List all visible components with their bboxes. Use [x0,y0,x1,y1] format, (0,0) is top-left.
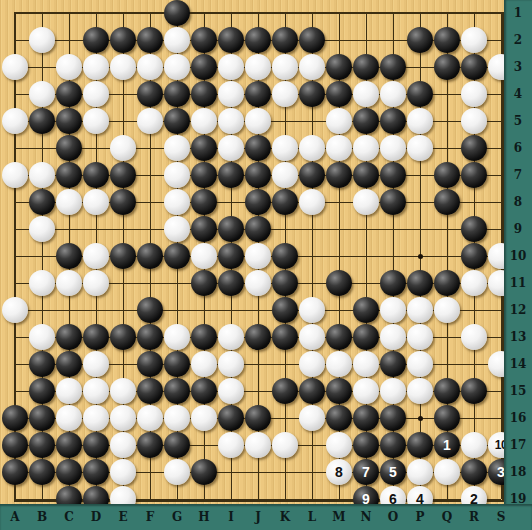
black-stone-K2 [272,27,298,53]
black-stone-G5 [164,108,190,134]
white-stone-D15 [83,378,109,404]
white-stone-A5 [2,108,28,134]
column-label-N: N [352,510,380,524]
white-stone-R4 [461,81,487,107]
white-stone-G13 [164,324,190,350]
black-stone-M15 [326,378,352,404]
black-stone-M16 [326,405,352,431]
black-stone-G15 [164,378,190,404]
white-stone-O15 [380,378,406,404]
black-stone-O3 [380,54,406,80]
black-stone-C18 [56,459,82,485]
white-stone-N4 [353,81,379,107]
black-stone-B14 [29,351,55,377]
white-stone-E15 [110,378,136,404]
white-stone-N14 [353,351,379,377]
white-stone-G9 [164,216,190,242]
white-stone-P5 [407,108,433,134]
white-stone-O4 [380,81,406,107]
white-stone-G7 [164,162,190,188]
black-stone-Q7 [434,162,460,188]
white-stone-J10 [245,243,271,269]
white-stone-P15 [407,378,433,404]
row-label-15: 15 [504,384,532,398]
row-label-1: 1 [504,6,532,20]
black-stone-H13 [191,324,217,350]
white-stone-E6 [110,135,136,161]
white-stone-D5 [83,108,109,134]
black-stone-L15 [299,378,325,404]
black-stone-R7 [461,162,487,188]
black-stone-J4 [245,81,271,107]
white-stone-I6 [218,135,244,161]
column-label-L: L [298,510,326,524]
row-label-3: 3 [504,60,532,74]
white-stone-B11 [29,270,55,296]
black-stone-N3 [353,54,379,80]
row-label-7: 7 [504,168,532,182]
white-stone-F16 [137,405,163,431]
black-stone-B5 [29,108,55,134]
white-stone-G6 [164,135,190,161]
black-stone-C6 [56,135,82,161]
black-stone-G14 [164,351,190,377]
white-stone-L3 [299,54,325,80]
black-stone-J16 [245,405,271,431]
column-label-A: A [1,510,29,524]
black-stone-N17 [353,432,379,458]
black-stone-G10 [164,243,190,269]
white-stone-M17 [326,432,352,458]
white-stone-N8 [353,189,379,215]
black-stone-Q17: 1 [434,432,460,458]
black-stone-C7 [56,162,82,188]
go-board[interactable]: 11087539642 [0,0,532,530]
black-stone-R10 [461,243,487,269]
white-stone-R11 [461,270,487,296]
column-label-S: S [487,510,515,524]
black-stone-Q15 [434,378,460,404]
black-stone-H6 [191,135,217,161]
column-label-H: H [190,510,218,524]
black-stone-O17 [380,432,406,458]
white-stone-I15 [218,378,244,404]
white-stone-F3 [137,54,163,80]
white-stone-J3 [245,54,271,80]
black-stone-I7 [218,162,244,188]
white-stone-C16 [56,405,82,431]
black-stone-H8 [191,189,217,215]
move-number-label: 5 [389,465,397,479]
column-label-R: R [460,510,488,524]
white-stone-M6 [326,135,352,161]
white-stone-L16 [299,405,325,431]
white-stone-K7 [272,162,298,188]
white-stone-O13 [380,324,406,350]
white-stone-P14 [407,351,433,377]
black-stone-K12 [272,297,298,323]
black-stone-L7 [299,162,325,188]
black-stone-R3 [461,54,487,80]
white-stone-D3 [83,54,109,80]
black-stone-M7 [326,162,352,188]
black-stone-Q11 [434,270,460,296]
white-stone-L14 [299,351,325,377]
black-stone-I10 [218,243,244,269]
black-stone-F13 [137,324,163,350]
white-stone-I14 [218,351,244,377]
black-stone-N16 [353,405,379,431]
black-stone-H18 [191,459,217,485]
column-label-B: B [28,510,56,524]
black-stone-H3 [191,54,217,80]
black-stone-O16 [380,405,406,431]
black-stone-P11 [407,270,433,296]
black-stone-O11 [380,270,406,296]
row-label-10: 10 [504,249,532,263]
black-stone-P2 [407,27,433,53]
column-label-Q: Q [433,510,461,524]
white-stone-N15 [353,378,379,404]
black-stone-J7 [245,162,271,188]
black-stone-M13 [326,324,352,350]
column-label-D: D [82,510,110,524]
black-stone-I11 [218,270,244,296]
row-label-8: 8 [504,195,532,209]
white-stone-H16 [191,405,217,431]
black-stone-C17 [56,432,82,458]
black-stone-B8 [29,189,55,215]
black-stone-B17 [29,432,55,458]
column-label-F: F [136,510,164,524]
black-stone-E8 [110,189,136,215]
white-stone-O6 [380,135,406,161]
black-stone-M4 [326,81,352,107]
black-stone-R15 [461,378,487,404]
white-stone-P6 [407,135,433,161]
white-stone-B13 [29,324,55,350]
column-label-C: C [55,510,83,524]
black-stone-Q2 [434,27,460,53]
white-stone-K3 [272,54,298,80]
column-label-E: E [109,510,137,524]
black-stone-B16 [29,405,55,431]
white-stone-P18 [407,459,433,485]
white-stone-B7 [29,162,55,188]
white-stone-J17 [245,432,271,458]
black-stone-M11 [326,270,352,296]
black-stone-K13 [272,324,298,350]
black-stone-H4 [191,81,217,107]
white-stone-I4 [218,81,244,107]
black-stone-F2 [137,27,163,53]
move-number-label: 7 [362,465,370,479]
black-stone-N13 [353,324,379,350]
white-stone-I13 [218,324,244,350]
black-stone-H2 [191,27,217,53]
black-stone-D7 [83,162,109,188]
black-stone-E13 [110,324,136,350]
black-stone-N18: 7 [353,459,379,485]
white-stone-G2 [164,27,190,53]
black-stone-Q8 [434,189,460,215]
black-stone-D17 [83,432,109,458]
black-stone-C13 [56,324,82,350]
black-stone-N5 [353,108,379,134]
white-stone-D14 [83,351,109,377]
black-stone-N12 [353,297,379,323]
white-stone-B2 [29,27,55,53]
black-stone-F17 [137,432,163,458]
white-stone-R17 [461,432,487,458]
black-stone-K11 [272,270,298,296]
black-stone-E2 [110,27,136,53]
white-stone-C3 [56,54,82,80]
column-coordinate-bar: ABCDEFGHIJKLMNOPQRS [0,504,532,530]
white-stone-B4 [29,81,55,107]
black-stone-H7 [191,162,217,188]
white-stone-C11 [56,270,82,296]
black-stone-Q16 [434,405,460,431]
black-stone-N7 [353,162,379,188]
black-stone-A18 [2,459,28,485]
column-label-K: K [271,510,299,524]
black-stone-K15 [272,378,298,404]
white-stone-K17 [272,432,298,458]
black-stone-O18: 5 [380,459,406,485]
black-stone-D18 [83,459,109,485]
column-label-I: I [217,510,245,524]
row-label-5: 5 [504,114,532,128]
row-label-13: 13 [504,330,532,344]
column-label-G: G [163,510,191,524]
black-stone-J8 [245,189,271,215]
black-stone-F4 [137,81,163,107]
white-stone-E3 [110,54,136,80]
black-stone-Q3 [434,54,460,80]
black-stone-I2 [218,27,244,53]
black-stone-R9 [461,216,487,242]
white-stone-N6 [353,135,379,161]
white-stone-Q18 [434,459,460,485]
column-label-J: J [244,510,272,524]
black-stone-F12 [137,297,163,323]
row-label-17: 17 [504,438,532,452]
black-stone-F15 [137,378,163,404]
white-stone-D8 [83,189,109,215]
black-stone-C4 [56,81,82,107]
column-label-P: P [406,510,434,524]
white-stone-F5 [137,108,163,134]
white-stone-P12 [407,297,433,323]
black-stone-J2 [245,27,271,53]
row-label-2: 2 [504,33,532,47]
row-label-16: 16 [504,411,532,425]
black-stone-R6 [461,135,487,161]
row-label-4: 4 [504,87,532,101]
star-point [418,416,423,421]
black-stone-I9 [218,216,244,242]
black-stone-L2 [299,27,325,53]
move-number-label: 8 [335,465,343,479]
white-stone-E18 [110,459,136,485]
black-stone-B18 [29,459,55,485]
white-stone-O12 [380,297,406,323]
white-stone-E17 [110,432,136,458]
black-stone-I16 [218,405,244,431]
black-stone-D2 [83,27,109,53]
white-stone-G8 [164,189,190,215]
white-stone-H5 [191,108,217,134]
black-stone-D13 [83,324,109,350]
white-stone-M14 [326,351,352,377]
white-stone-D16 [83,405,109,431]
black-stone-R18 [461,459,487,485]
black-stone-J9 [245,216,271,242]
black-stone-C5 [56,108,82,134]
white-stone-K6 [272,135,298,161]
white-stone-H14 [191,351,217,377]
row-label-12: 12 [504,303,532,317]
black-stone-L4 [299,81,325,107]
white-stone-Q12 [434,297,460,323]
column-label-M: M [325,510,353,524]
white-stone-J5 [245,108,271,134]
row-coordinate-bar: 12345678910111213141516171819 [504,0,532,530]
star-point [418,254,423,259]
black-stone-E10 [110,243,136,269]
go-game-window: 11087539642 1234567891011121314151617181… [0,0,532,530]
black-stone-O8 [380,189,406,215]
black-stone-C14 [56,351,82,377]
white-stone-H10 [191,243,217,269]
black-stone-F10 [137,243,163,269]
black-stone-B15 [29,378,55,404]
black-stone-J13 [245,324,271,350]
column-label-O: O [379,510,407,524]
black-stone-O7 [380,162,406,188]
white-stone-C15 [56,378,82,404]
white-stone-L12 [299,297,325,323]
white-stone-G3 [164,54,190,80]
white-stone-L13 [299,324,325,350]
black-stone-M3 [326,54,352,80]
white-stone-G16 [164,405,190,431]
white-stone-E16 [110,405,136,431]
row-label-6: 6 [504,141,532,155]
white-stone-I5 [218,108,244,134]
white-stone-C8 [56,189,82,215]
white-stone-A7 [2,162,28,188]
black-stone-E7 [110,162,136,188]
white-stone-D4 [83,81,109,107]
move-number-label: 1 [443,438,451,452]
black-stone-O14 [380,351,406,377]
black-stone-G17 [164,432,190,458]
black-stone-H9 [191,216,217,242]
black-stone-P17 [407,432,433,458]
white-stone-R2 [461,27,487,53]
row-label-9: 9 [504,222,532,236]
black-stone-A16 [2,405,28,431]
black-stone-K8 [272,189,298,215]
white-stone-M18: 8 [326,459,352,485]
white-stone-D10 [83,243,109,269]
white-stone-M5 [326,108,352,134]
black-stone-G4 [164,81,190,107]
white-stone-D11 [83,270,109,296]
black-stone-P4 [407,81,433,107]
black-stone-J6 [245,135,271,161]
white-stone-L6 [299,135,325,161]
black-stone-O5 [380,108,406,134]
white-stone-I3 [218,54,244,80]
row-label-18: 18 [504,465,532,479]
white-stone-L8 [299,189,325,215]
black-stone-G1 [164,0,190,26]
black-stone-K10 [272,243,298,269]
white-stone-P13 [407,324,433,350]
black-stone-A17 [2,432,28,458]
black-stone-C10 [56,243,82,269]
white-stone-R5 [461,108,487,134]
black-stone-H11 [191,270,217,296]
white-stone-R13 [461,324,487,350]
white-stone-J11 [245,270,271,296]
row-label-14: 14 [504,357,532,371]
white-stone-A12 [2,297,28,323]
white-stone-I17 [218,432,244,458]
white-stone-B9 [29,216,55,242]
white-stone-K4 [272,81,298,107]
white-stone-A3 [2,54,28,80]
black-stone-H15 [191,378,217,404]
black-stone-F14 [137,351,163,377]
row-label-11: 11 [504,276,532,290]
white-stone-G18 [164,459,190,485]
